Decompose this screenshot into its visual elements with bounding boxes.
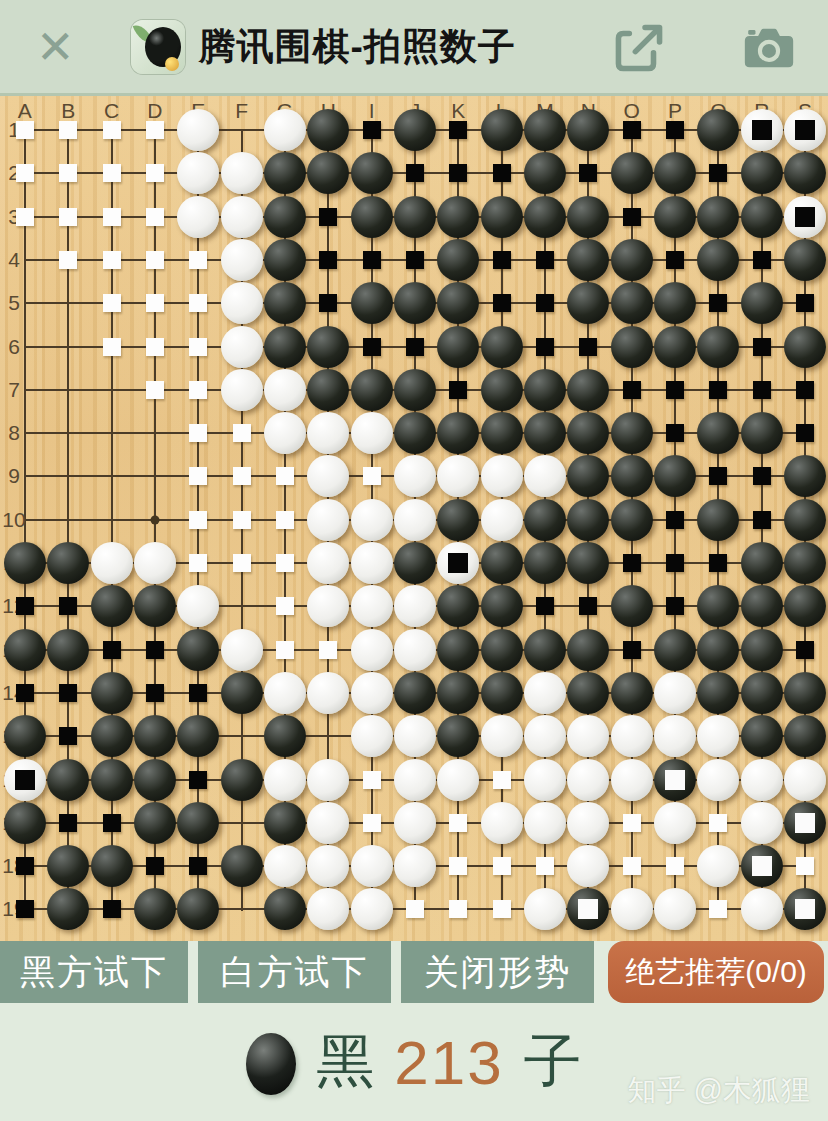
territory-mark-black[interactable] <box>146 857 164 875</box>
black-stone[interactable] <box>177 802 219 844</box>
white-stone[interactable] <box>351 672 393 714</box>
black-stone[interactable] <box>524 196 566 238</box>
territory-mark-white[interactable] <box>233 467 251 485</box>
territory-mark-black[interactable] <box>146 641 164 659</box>
territory-mark-white[interactable] <box>146 251 164 269</box>
black-stone[interactable] <box>611 326 653 368</box>
black-stone[interactable] <box>697 672 739 714</box>
white-stone[interactable] <box>221 326 263 368</box>
black-stone[interactable] <box>524 152 566 194</box>
black-stone[interactable] <box>264 715 306 757</box>
territory-mark-white[interactable] <box>103 294 121 312</box>
white-stone[interactable] <box>567 845 609 887</box>
black-stone[interactable] <box>221 845 263 887</box>
black-stone[interactable] <box>524 629 566 671</box>
white-stone[interactable] <box>307 585 349 627</box>
black-stone[interactable] <box>394 196 436 238</box>
territory-mark-white[interactable] <box>276 467 294 485</box>
territory-mark-black[interactable] <box>493 251 511 269</box>
black-stone[interactable] <box>91 672 133 714</box>
black-stone[interactable] <box>697 239 739 281</box>
black-stone[interactable] <box>567 499 609 541</box>
black-stone[interactable] <box>784 542 826 584</box>
black-stone[interactable] <box>524 369 566 411</box>
white-stone[interactable] <box>654 715 696 757</box>
territory-mark-black[interactable] <box>536 338 554 356</box>
black-stone[interactable] <box>437 412 479 454</box>
territory-mark-white[interactable] <box>623 857 641 875</box>
white-stone[interactable] <box>697 759 739 801</box>
white-stone[interactable] <box>351 542 393 584</box>
ai-recommend-button[interactable]: 绝艺推荐(0/0) <box>608 941 824 1003</box>
territory-mark-white[interactable] <box>233 424 251 442</box>
territory-mark-white[interactable] <box>406 900 424 918</box>
territory-mark-black[interactable] <box>449 381 467 399</box>
black-stone[interactable] <box>437 326 479 368</box>
black-stone[interactable] <box>567 629 609 671</box>
territory-mark-white[interactable] <box>59 208 77 226</box>
territory-mark-white[interactable] <box>189 381 207 399</box>
territory-mark-white[interactable] <box>536 857 554 875</box>
black-stone[interactable] <box>4 629 46 671</box>
territory-mark-white[interactable] <box>796 857 814 875</box>
black-stone[interactable] <box>741 715 783 757</box>
black-stone[interactable] <box>524 109 566 151</box>
territory-mark-white[interactable] <box>709 900 727 918</box>
territory-mark-black[interactable] <box>623 208 641 226</box>
territory-mark-black[interactable] <box>189 771 207 789</box>
territory-mark-black[interactable] <box>796 381 814 399</box>
white-stone[interactable] <box>437 455 479 497</box>
white-stone[interactable] <box>221 369 263 411</box>
black-stone[interactable] <box>351 196 393 238</box>
black-stone[interactable] <box>697 585 739 627</box>
black-stone[interactable] <box>134 802 176 844</box>
white-stone[interactable] <box>524 672 566 714</box>
territory-mark-black[interactable] <box>59 597 77 615</box>
black-stone[interactable] <box>697 412 739 454</box>
territory-mark-black[interactable] <box>753 511 771 529</box>
camera-icon[interactable] <box>740 19 798 77</box>
white-stone[interactable] <box>264 672 306 714</box>
territory-mark-black[interactable] <box>363 121 381 139</box>
black-stone[interactable] <box>264 196 306 238</box>
black-stone[interactable] <box>47 888 89 930</box>
territory-mark-white[interactable] <box>103 121 121 139</box>
black-stone[interactable] <box>697 196 739 238</box>
black-stone[interactable] <box>481 326 523 368</box>
territory-mark-white[interactable] <box>449 900 467 918</box>
white-stone[interactable] <box>177 196 219 238</box>
territory-mark-black[interactable] <box>709 164 727 182</box>
territory-mark-white[interactable] <box>146 121 164 139</box>
black-stone[interactable] <box>741 542 783 584</box>
black-stone[interactable] <box>307 152 349 194</box>
territory-mark-black[interactable] <box>666 251 684 269</box>
territory-mark-white[interactable] <box>276 511 294 529</box>
black-stone[interactable] <box>47 845 89 887</box>
black-stone[interactable] <box>611 672 653 714</box>
black-stone[interactable] <box>437 715 479 757</box>
white-stone[interactable] <box>481 715 523 757</box>
territory-mark-white[interactable] <box>233 511 251 529</box>
black-stone[interactable] <box>784 152 826 194</box>
white-stone[interactable] <box>611 888 653 930</box>
white-stone[interactable] <box>524 802 566 844</box>
white-try-button[interactable]: 白方试下 <box>198 941 391 1003</box>
black-stone[interactable] <box>524 499 566 541</box>
black-stone[interactable] <box>481 412 523 454</box>
territory-mark-black[interactable] <box>709 294 727 312</box>
white-stone[interactable] <box>264 845 306 887</box>
black-stone[interactable] <box>567 196 609 238</box>
black-stone[interactable] <box>697 109 739 151</box>
close-icon[interactable]: ✕ <box>36 24 75 70</box>
territory-mark-white[interactable] <box>146 381 164 399</box>
territory-mark-black[interactable] <box>579 164 597 182</box>
black-stone[interactable] <box>437 239 479 281</box>
black-stone[interactable] <box>697 629 739 671</box>
territory-mark-black[interactable] <box>319 251 337 269</box>
territory-mark-black[interactable] <box>16 900 34 918</box>
black-stone[interactable] <box>784 239 826 281</box>
black-stone[interactable] <box>567 282 609 324</box>
black-stone[interactable] <box>567 672 609 714</box>
black-stone[interactable] <box>394 369 436 411</box>
white-stone[interactable] <box>697 845 739 887</box>
black-stone[interactable] <box>741 412 783 454</box>
territory-mark-black[interactable] <box>536 597 554 615</box>
territory-mark-white[interactable] <box>449 814 467 832</box>
black-stone[interactable] <box>91 585 133 627</box>
white-stone[interactable] <box>567 759 609 801</box>
territory-mark-black[interactable] <box>796 641 814 659</box>
white-stone[interactable] <box>307 759 349 801</box>
black-stone[interactable] <box>784 672 826 714</box>
black-stone[interactable] <box>437 629 479 671</box>
territory-mark-white[interactable] <box>363 771 381 789</box>
white-stone[interactable] <box>524 715 566 757</box>
black-stone[interactable] <box>481 196 523 238</box>
black-stone[interactable] <box>741 282 783 324</box>
white-stone[interactable] <box>264 369 306 411</box>
black-stone[interactable] <box>307 109 349 151</box>
black-stone[interactable] <box>784 326 826 368</box>
black-stone[interactable] <box>351 152 393 194</box>
white-stone[interactable] <box>221 239 263 281</box>
black-stone[interactable] <box>4 542 46 584</box>
white-stone[interactable] <box>307 888 349 930</box>
black-stone[interactable] <box>741 196 783 238</box>
territory-mark-black[interactable] <box>579 597 597 615</box>
territory-mark-black[interactable] <box>16 684 34 702</box>
black-stone[interactable] <box>481 369 523 411</box>
white-stone[interactable] <box>611 759 653 801</box>
white-stone[interactable] <box>177 109 219 151</box>
black-stone[interactable] <box>654 326 696 368</box>
territory-mark-white[interactable] <box>449 857 467 875</box>
territory-mark-white[interactable] <box>16 164 34 182</box>
black-stone[interactable] <box>437 499 479 541</box>
black-stone[interactable] <box>394 542 436 584</box>
black-stone[interactable] <box>654 152 696 194</box>
territory-mark-white[interactable] <box>103 164 121 182</box>
territory-mark-white[interactable] <box>276 554 294 572</box>
white-stone[interactable] <box>307 542 349 584</box>
territory-mark-black[interactable] <box>579 338 597 356</box>
black-stone[interactable] <box>437 585 479 627</box>
black-stone[interactable] <box>221 672 263 714</box>
black-stone[interactable] <box>567 369 609 411</box>
white-stone[interactable] <box>394 585 436 627</box>
territory-mark-black[interactable] <box>189 857 207 875</box>
black-stone[interactable] <box>351 369 393 411</box>
black-stone[interactable] <box>177 629 219 671</box>
territory-mark-black[interactable] <box>406 338 424 356</box>
white-stone[interactable] <box>307 672 349 714</box>
territory-mark-white[interactable] <box>103 338 121 356</box>
territory-mark-white[interactable] <box>103 251 121 269</box>
black-stone[interactable] <box>437 196 479 238</box>
territory-mark-white[interactable] <box>189 467 207 485</box>
black-stone[interactable] <box>697 499 739 541</box>
black-stone[interactable] <box>134 759 176 801</box>
territory-mark-black[interactable] <box>59 684 77 702</box>
black-stone[interactable] <box>264 888 306 930</box>
black-stone[interactable] <box>221 759 263 801</box>
territory-mark-black[interactable] <box>536 294 554 312</box>
black-stone[interactable] <box>524 542 566 584</box>
black-stone[interactable] <box>264 239 306 281</box>
territory-mark-white[interactable] <box>493 771 511 789</box>
territory-mark-white[interactable] <box>59 121 77 139</box>
white-stone[interactable] <box>697 715 739 757</box>
black-stone[interactable] <box>264 152 306 194</box>
black-stone[interactable] <box>177 715 219 757</box>
black-stone[interactable] <box>264 802 306 844</box>
white-stone[interactable] <box>307 499 349 541</box>
white-stone[interactable] <box>741 759 783 801</box>
black-stone[interactable] <box>567 239 609 281</box>
territory-mark-black[interactable] <box>666 424 684 442</box>
territory-mark-white[interactable] <box>189 294 207 312</box>
black-stone[interactable] <box>611 585 653 627</box>
black-stone[interactable] <box>567 455 609 497</box>
territory-mark-white[interactable] <box>16 208 34 226</box>
territory-mark-white[interactable] <box>709 814 727 832</box>
territory-mark-black[interactable] <box>406 251 424 269</box>
territory-mark-black[interactable] <box>449 164 467 182</box>
black-stone[interactable] <box>567 412 609 454</box>
white-stone[interactable] <box>307 802 349 844</box>
black-stone[interactable] <box>654 282 696 324</box>
black-stone[interactable] <box>134 715 176 757</box>
black-stone[interactable] <box>4 715 46 757</box>
black-stone[interactable] <box>784 585 826 627</box>
black-stone[interactable] <box>264 326 306 368</box>
black-stone[interactable] <box>394 672 436 714</box>
territory-mark-white[interactable] <box>493 857 511 875</box>
white-stone[interactable] <box>567 715 609 757</box>
territory-mark-white[interactable] <box>189 511 207 529</box>
white-stone[interactable] <box>524 759 566 801</box>
white-stone[interactable] <box>351 585 393 627</box>
black-stone[interactable] <box>481 585 523 627</box>
territory-mark-black[interactable] <box>363 251 381 269</box>
territory-mark-black[interactable] <box>753 381 771 399</box>
black-stone[interactable] <box>394 412 436 454</box>
black-stone[interactable] <box>91 759 133 801</box>
close-analysis-button[interactable]: 关闭形势 <box>401 941 594 1003</box>
white-stone[interactable] <box>264 759 306 801</box>
territory-mark-black[interactable] <box>59 814 77 832</box>
white-stone[interactable] <box>264 109 306 151</box>
black-stone[interactable] <box>307 326 349 368</box>
black-stone[interactable] <box>567 542 609 584</box>
white-stone[interactable] <box>221 282 263 324</box>
territory-mark-black[interactable] <box>103 641 121 659</box>
territory-mark-white[interactable] <box>363 467 381 485</box>
territory-mark-white[interactable] <box>189 424 207 442</box>
territory-mark-white[interactable] <box>189 251 207 269</box>
white-stone[interactable] <box>351 888 393 930</box>
black-stone[interactable] <box>611 455 653 497</box>
black-stone[interactable] <box>784 499 826 541</box>
black-stone[interactable] <box>611 412 653 454</box>
territory-mark-white[interactable] <box>103 208 121 226</box>
territory-mark-black[interactable] <box>666 554 684 572</box>
black-stone[interactable] <box>91 715 133 757</box>
territory-mark-black[interactable] <box>146 684 164 702</box>
black-stone[interactable] <box>654 629 696 671</box>
white-stone[interactable] <box>481 455 523 497</box>
black-stone[interactable] <box>654 455 696 497</box>
territory-mark-black[interactable] <box>753 467 771 485</box>
black-stone[interactable] <box>611 152 653 194</box>
black-stone[interactable] <box>611 282 653 324</box>
white-stone[interactable] <box>394 802 436 844</box>
territory-mark-black[interactable] <box>709 554 727 572</box>
territory-mark-black[interactable] <box>16 597 34 615</box>
territory-mark-black[interactable] <box>493 164 511 182</box>
white-stone[interactable] <box>351 845 393 887</box>
territory-mark-black[interactable] <box>319 208 337 226</box>
white-stone[interactable] <box>611 715 653 757</box>
territory-mark-black[interactable] <box>753 338 771 356</box>
territory-mark-black[interactable] <box>709 467 727 485</box>
black-stone[interactable] <box>611 239 653 281</box>
black-stone[interactable] <box>91 845 133 887</box>
white-stone[interactable] <box>741 802 783 844</box>
black-stone[interactable] <box>177 888 219 930</box>
white-stone[interactable] <box>177 152 219 194</box>
black-stone[interactable] <box>47 542 89 584</box>
territory-mark-black[interactable] <box>666 511 684 529</box>
territory-mark-black[interactable] <box>666 597 684 615</box>
black-stone[interactable] <box>134 888 176 930</box>
white-stone[interactable] <box>394 715 436 757</box>
black-stone[interactable] <box>47 629 89 671</box>
black-stone[interactable] <box>4 802 46 844</box>
black-stone[interactable] <box>697 326 739 368</box>
white-stone[interactable] <box>437 759 479 801</box>
white-stone[interactable] <box>91 542 133 584</box>
territory-mark-white[interactable] <box>189 554 207 572</box>
territory-mark-black[interactable] <box>493 294 511 312</box>
black-stone[interactable] <box>611 499 653 541</box>
black-stone[interactable] <box>307 369 349 411</box>
black-stone[interactable] <box>784 715 826 757</box>
territory-mark-white[interactable] <box>666 857 684 875</box>
territory-mark-white[interactable] <box>623 814 641 832</box>
white-stone[interactable] <box>394 629 436 671</box>
white-stone[interactable] <box>394 499 436 541</box>
black-stone[interactable] <box>481 672 523 714</box>
white-stone[interactable] <box>481 499 523 541</box>
territory-mark-black[interactable] <box>363 338 381 356</box>
territory-mark-black[interactable] <box>59 727 77 745</box>
black-try-button[interactable]: 黑方试下 <box>0 941 188 1003</box>
white-stone[interactable] <box>221 196 263 238</box>
white-stone[interactable] <box>654 888 696 930</box>
white-stone[interactable] <box>567 802 609 844</box>
white-stone[interactable] <box>654 672 696 714</box>
black-stone[interactable] <box>741 629 783 671</box>
territory-mark-white[interactable] <box>189 338 207 356</box>
black-stone[interactable] <box>351 282 393 324</box>
territory-mark-black[interactable] <box>406 164 424 182</box>
white-stone[interactable] <box>307 845 349 887</box>
territory-mark-black[interactable] <box>449 121 467 139</box>
black-stone[interactable] <box>437 672 479 714</box>
white-stone[interactable] <box>351 499 393 541</box>
territory-mark-black[interactable] <box>103 900 121 918</box>
white-stone[interactable] <box>307 455 349 497</box>
black-stone[interactable] <box>741 585 783 627</box>
white-stone[interactable] <box>394 455 436 497</box>
white-stone[interactable] <box>394 845 436 887</box>
black-stone[interactable] <box>264 282 306 324</box>
territory-mark-white[interactable] <box>59 251 77 269</box>
white-stone[interactable] <box>221 629 263 671</box>
share-icon[interactable] <box>610 19 668 77</box>
black-stone[interactable] <box>741 672 783 714</box>
territory-mark-black[interactable] <box>753 251 771 269</box>
territory-mark-black[interactable] <box>796 294 814 312</box>
black-stone[interactable] <box>784 455 826 497</box>
black-stone[interactable] <box>567 109 609 151</box>
territory-mark-white[interactable] <box>493 900 511 918</box>
territory-mark-black[interactable] <box>536 251 554 269</box>
white-stone[interactable] <box>784 759 826 801</box>
territory-mark-black[interactable] <box>666 121 684 139</box>
territory-mark-white[interactable] <box>276 641 294 659</box>
territory-mark-black[interactable] <box>623 641 641 659</box>
black-stone[interactable] <box>47 759 89 801</box>
go-board[interactable]: ABCDEFGHIJKLMNOPQRS123456789101112131415… <box>0 96 828 941</box>
territory-mark-white[interactable] <box>363 814 381 832</box>
territory-mark-black[interactable] <box>623 121 641 139</box>
black-stone[interactable] <box>524 412 566 454</box>
territory-mark-black[interactable] <box>623 381 641 399</box>
white-stone[interactable] <box>741 888 783 930</box>
white-stone[interactable] <box>654 802 696 844</box>
territory-mark-white[interactable] <box>276 597 294 615</box>
white-stone[interactable] <box>351 412 393 454</box>
black-stone[interactable] <box>134 585 176 627</box>
territory-mark-black[interactable] <box>16 857 34 875</box>
black-stone[interactable] <box>481 629 523 671</box>
